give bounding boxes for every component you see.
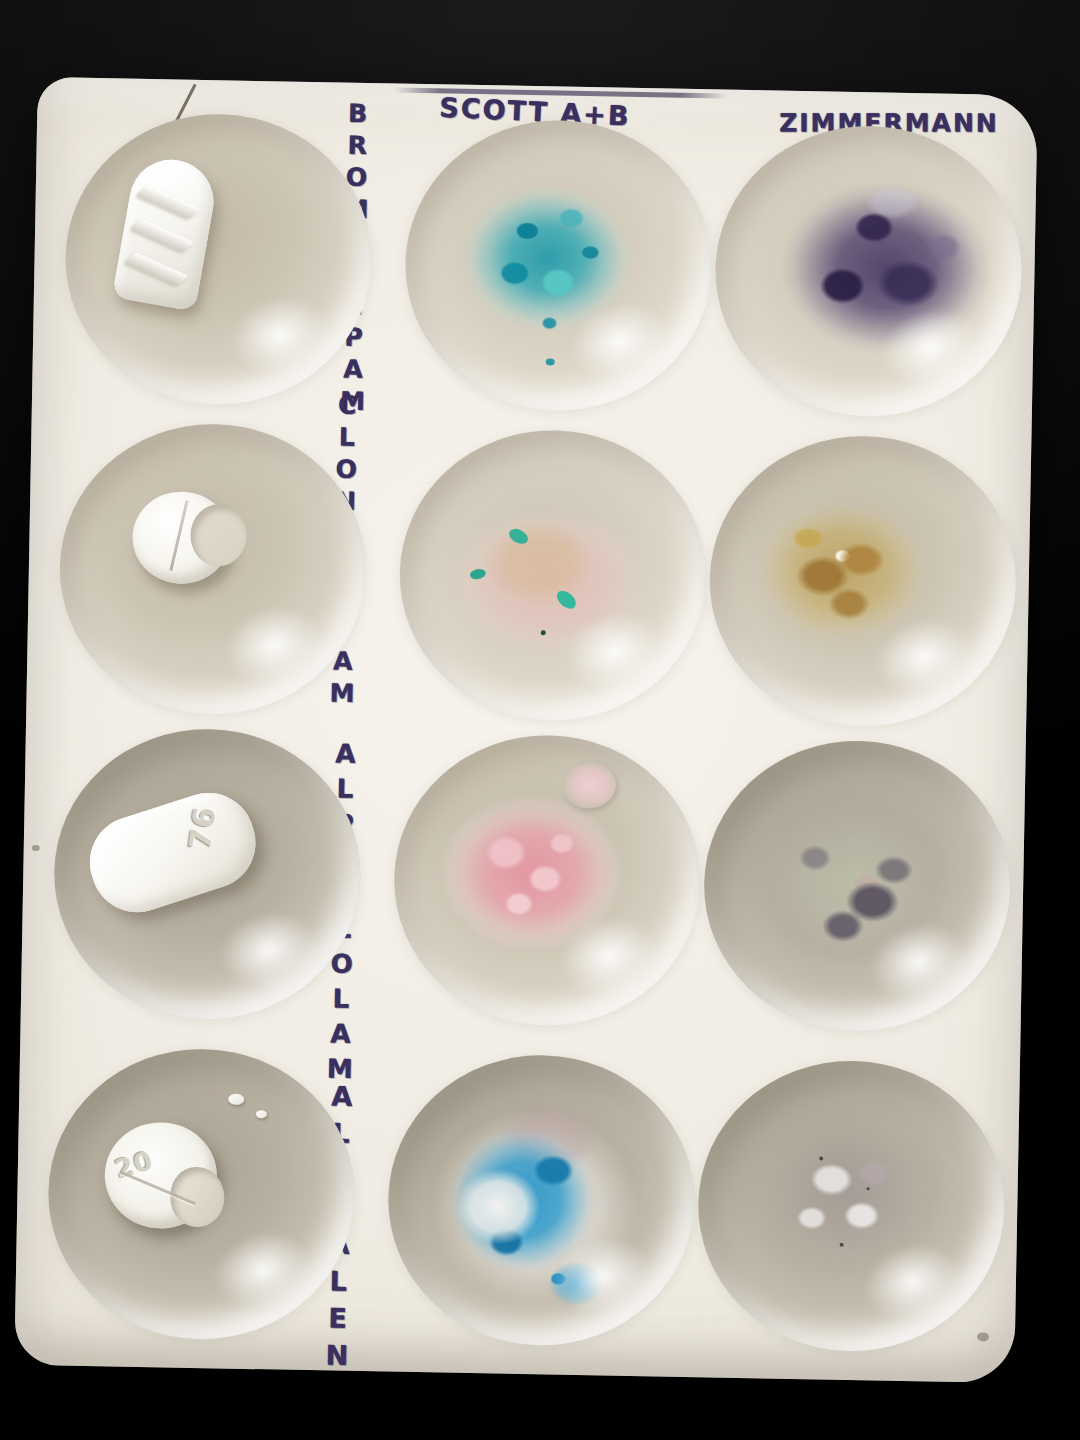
well-r4c3 [696,1058,1007,1354]
reaction-clonazepam-zimmermann [749,476,944,649]
well-r1c1 [63,112,374,408]
tablet-score-groove [136,185,200,219]
tablet-alpralen-broken: 20 [104,1121,218,1229]
well-r3c3 [702,738,1013,1034]
well-r1c2 [403,118,714,414]
reaction-alpralen-scott [426,1103,644,1311]
well-r4c1: 20 [46,1046,357,1342]
well-r3c1: 76 [52,726,363,1022]
plate-speck [32,845,40,851]
reaction-alpralen-zimmermann [753,1113,948,1278]
reaction-bromazepam-scott [454,179,655,353]
foam-nub [564,762,617,809]
tablet-crumb [256,1110,267,1118]
tablet-score-groove [130,219,194,253]
tablet-imprint: 76 [182,804,223,852]
speck [546,358,555,365]
tablet-clonazepam-broken [132,491,232,585]
spot-plate: SCOTT A+B ZIMMERMANN BROMAZEPAM CLONAZEP… [14,77,1037,1383]
tablet-bromazepam-half [112,153,220,311]
tablet-score-groove [124,252,188,286]
reaction-alprazolam-zimmermann [751,789,962,971]
well-r2c3 [707,433,1018,729]
reaction-bromazepam-zimmermann [776,171,997,359]
well-r2c1 [57,421,368,717]
speck [867,1187,870,1190]
tablet-crumb [228,1094,244,1105]
speck [819,1156,823,1160]
well-r3c2 [392,733,703,1029]
blue-splash [544,1259,605,1308]
reaction-alprazolam-scott [435,783,636,957]
speck [840,1243,844,1247]
well-r4c2 [386,1053,697,1349]
photo-background: SCOTT A+B ZIMMERMANN BROMAZEPAM CLONAZEP… [0,0,1080,1440]
tablet-imprint: 20 [111,1145,156,1185]
plate-speck [977,1332,989,1341]
tablet-alprazolam-oblong: 76 [78,781,267,924]
speck [541,630,546,635]
well-r1c3 [713,123,1024,419]
well-r2c2 [397,428,708,724]
